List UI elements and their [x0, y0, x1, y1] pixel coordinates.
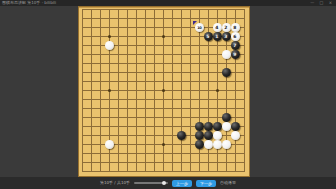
stone-white [222, 140, 231, 149]
stone-black-move-5: 5 [204, 32, 213, 41]
video-frame: 围棋布局讲解 第10手 - bilibili — □ × 第10手 / 共10手… [0, 0, 336, 189]
current-move-marker-icon [193, 21, 197, 25]
star-point [216, 89, 219, 92]
autoplay-label: 自动播放 [220, 180, 236, 186]
move-number: 2 [224, 25, 227, 30]
stone-black-move-9: 9 [231, 50, 240, 59]
stone-white-move-4: 4 [213, 23, 222, 32]
stone-black [204, 131, 213, 140]
progress-slider[interactable] [134, 182, 168, 184]
move-number: 10 [197, 25, 201, 30]
stone-black-move-1: 1 [213, 32, 222, 41]
star-point [108, 89, 111, 92]
stone-black [195, 122, 204, 131]
move-number: 4 [215, 25, 218, 30]
stone-black [222, 68, 231, 77]
star-point [162, 143, 165, 146]
stone-white [105, 41, 114, 50]
stone-white-move-6: 6 [231, 32, 240, 41]
stone-black [177, 131, 186, 140]
move-counter: 第10手 / 共10手 [100, 180, 130, 186]
window-controls-icons[interactable]: — □ × [310, 0, 334, 6]
move-number: 5 [206, 34, 209, 39]
stone-black [222, 113, 231, 122]
move-number: 3 [224, 34, 227, 39]
star-point [108, 35, 111, 38]
stone-white [204, 140, 213, 149]
move-number: 6 [233, 34, 236, 39]
move-number: 1 [215, 34, 218, 39]
slider-knob[interactable] [162, 181, 166, 185]
stone-black [195, 140, 204, 149]
next-move-button[interactable]: 下一步 [196, 180, 216, 187]
stone-black [204, 122, 213, 131]
stone-white [231, 131, 240, 140]
stone-white [222, 50, 231, 59]
move-number: 8 [233, 25, 236, 30]
stone-white [213, 131, 222, 140]
star-point [162, 89, 165, 92]
star-point [162, 35, 165, 38]
stone-white [222, 122, 231, 131]
prev-move-button[interactable]: 上一步 [172, 180, 192, 187]
window-title: 围棋布局讲解 第10手 - bilibili [2, 0, 56, 6]
move-number: 7 [233, 43, 236, 48]
stone-white-move-8: 8 [231, 23, 240, 32]
move-number: 9 [233, 52, 236, 57]
stone-black-move-3: 3 [222, 32, 231, 41]
stone-white-move-2: 2 [222, 23, 231, 32]
stone-black [231, 122, 240, 131]
playback-toolbar: 第10手 / 共10手 上一步 下一步 自动播放 [0, 177, 336, 189]
stone-black [213, 122, 222, 131]
stone-black-move-7: 7 [231, 41, 240, 50]
stone-black [195, 131, 204, 140]
stone-white [105, 140, 114, 149]
stone-white [213, 140, 222, 149]
